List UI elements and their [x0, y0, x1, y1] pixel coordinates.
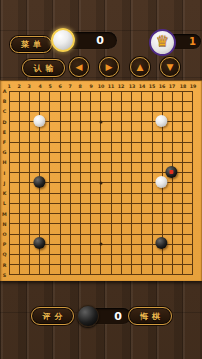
board-cell[interactable] — [65, 106, 75, 116]
board-cell[interactable] — [24, 168, 34, 178]
board-cell[interactable] — [86, 168, 96, 178]
board-cell[interactable] — [106, 157, 116, 167]
board-cell[interactable] — [4, 117, 14, 127]
board-cell[interactable] — [106, 209, 116, 219]
board-cell[interactable] — [65, 239, 75, 249]
board-cell[interactable] — [75, 260, 85, 270]
board-cell[interactable] — [106, 239, 116, 249]
board-cell[interactable] — [45, 106, 55, 116]
board-cell[interactable] — [167, 127, 177, 137]
board-cell[interactable] — [65, 209, 75, 219]
board-cell[interactable] — [55, 157, 65, 167]
board-cell[interactable] — [157, 198, 167, 208]
board-cell[interactable] — [86, 188, 96, 198]
menu-button[interactable]: 菜单 — [10, 36, 52, 53]
board-cell[interactable] — [24, 106, 34, 116]
board-cell[interactable] — [75, 198, 85, 208]
board-cell[interactable] — [55, 270, 65, 280]
board-cell[interactable] — [157, 117, 167, 127]
board-cell[interactable] — [55, 178, 65, 188]
board-cell[interactable] — [14, 117, 24, 127]
board-cell[interactable] — [86, 106, 96, 116]
board-cell[interactable] — [75, 147, 85, 157]
board-cell[interactable] — [35, 127, 45, 137]
board-cell[interactable] — [178, 260, 188, 270]
board-cell[interactable] — [55, 229, 65, 239]
board-cell[interactable] — [147, 219, 157, 229]
board-cell[interactable] — [4, 270, 14, 280]
board-cell[interactable] — [96, 127, 106, 137]
board-cell[interactable] — [106, 249, 116, 259]
board-cell[interactable] — [75, 117, 85, 127]
board-cell[interactable] — [96, 188, 106, 198]
board-cell[interactable] — [45, 249, 55, 259]
board-cell[interactable] — [116, 86, 126, 96]
board-cell[interactable] — [167, 86, 177, 96]
board-cell[interactable] — [14, 147, 24, 157]
board-cell[interactable] — [35, 157, 45, 167]
board-cell[interactable] — [45, 96, 55, 106]
board-cell[interactable] — [4, 219, 14, 229]
board-cell[interactable] — [35, 86, 45, 96]
board-cell[interactable] — [86, 137, 96, 147]
board-cell[interactable] — [116, 209, 126, 219]
board-cell[interactable] — [65, 249, 75, 259]
board-cell[interactable] — [116, 178, 126, 188]
board-cell[interactable] — [188, 157, 198, 167]
board-cell[interactable] — [167, 106, 177, 116]
board-cell[interactable] — [86, 127, 96, 137]
board-cell[interactable] — [178, 157, 188, 167]
board-cell[interactable] — [45, 117, 55, 127]
board-cell[interactable] — [75, 209, 85, 219]
board-cell[interactable] — [96, 106, 106, 116]
board-cell[interactable] — [157, 188, 167, 198]
board-cell[interactable] — [106, 188, 116, 198]
board-cell[interactable] — [188, 219, 198, 229]
board-cell[interactable] — [178, 106, 188, 116]
board-cell[interactable] — [127, 137, 137, 147]
board-cell[interactable] — [14, 86, 24, 96]
board-cell[interactable] — [75, 229, 85, 239]
board-cell[interactable] — [35, 260, 45, 270]
board-cell[interactable] — [137, 127, 147, 137]
board-cell[interactable] — [4, 147, 14, 157]
board-cell[interactable] — [86, 157, 96, 167]
board-cell[interactable] — [4, 198, 14, 208]
board-cell[interactable] — [65, 219, 75, 229]
board-cell[interactable] — [4, 229, 14, 239]
board-cell[interactable] — [167, 219, 177, 229]
board-cell[interactable] — [86, 198, 96, 208]
board-cell[interactable] — [4, 260, 14, 270]
board-cell[interactable] — [188, 96, 198, 106]
board-cell[interactable] — [14, 198, 24, 208]
board-cell[interactable] — [45, 260, 55, 270]
board-cell[interactable] — [137, 117, 147, 127]
board-cell[interactable] — [14, 219, 24, 229]
board-cell[interactable] — [75, 249, 85, 259]
board-cell[interactable] — [96, 137, 106, 147]
board-cell[interactable] — [35, 249, 45, 259]
board-cell[interactable] — [106, 127, 116, 137]
board-cell[interactable] — [178, 117, 188, 127]
board-cell[interactable] — [137, 157, 147, 167]
board-cell[interactable] — [75, 86, 85, 96]
board-cell[interactable] — [55, 117, 65, 127]
board-cell[interactable] — [116, 229, 126, 239]
board-cell[interactable] — [167, 249, 177, 259]
arrow-right-button[interactable]: ▶ — [99, 57, 119, 77]
board-cell[interactable] — [14, 260, 24, 270]
board-cell[interactable] — [157, 86, 167, 96]
board-cell[interactable] — [55, 198, 65, 208]
board-cell[interactable] — [45, 168, 55, 178]
board-cell[interactable] — [188, 127, 198, 137]
board-cell[interactable] — [167, 147, 177, 157]
board-cell[interactable] — [127, 106, 137, 116]
board-cell[interactable] — [14, 188, 24, 198]
board-cell[interactable] — [45, 127, 55, 137]
board-cell[interactable] — [106, 106, 116, 116]
board-cell[interactable] — [178, 270, 188, 280]
board-cell[interactable] — [178, 127, 188, 137]
board-cell[interactable] — [116, 96, 126, 106]
board-cell[interactable] — [4, 157, 14, 167]
board-cell[interactable] — [147, 229, 157, 239]
board-cell[interactable] — [35, 96, 45, 106]
board-cell[interactable] — [45, 147, 55, 157]
board-cell[interactable] — [137, 219, 147, 229]
board-cell[interactable] — [96, 157, 106, 167]
board-cell[interactable] — [24, 209, 34, 219]
board-cell[interactable] — [55, 106, 65, 116]
board-cell[interactable] — [14, 96, 24, 106]
board-cell[interactable] — [127, 117, 137, 127]
board-cell[interactable] — [4, 96, 14, 106]
board-cell[interactable] — [35, 178, 45, 188]
board-cell[interactable] — [188, 229, 198, 239]
board-cell[interactable] — [65, 260, 75, 270]
board-cell[interactable] — [157, 137, 167, 147]
board-cell[interactable] — [188, 260, 198, 270]
board-cell[interactable] — [75, 178, 85, 188]
board-cell[interactable] — [24, 137, 34, 147]
board-cell[interactable] — [86, 270, 96, 280]
board-cell[interactable] — [147, 147, 157, 157]
board-cell[interactable] — [86, 239, 96, 249]
board-cell[interactable] — [188, 137, 198, 147]
board-cell[interactable] — [86, 229, 96, 239]
board-cell[interactable] — [24, 229, 34, 239]
board-cell[interactable] — [75, 270, 85, 280]
arrow-up-button[interactable]: ▲ — [130, 57, 150, 77]
board-cell[interactable] — [116, 106, 126, 116]
board-cell[interactable] — [188, 209, 198, 219]
board-cell[interactable] — [127, 147, 137, 157]
board-cell[interactable] — [106, 147, 116, 157]
board-cell[interactable] — [4, 168, 14, 178]
board-cell[interactable] — [96, 96, 106, 106]
board-cell[interactable] — [178, 188, 188, 198]
board-cell[interactable] — [24, 219, 34, 229]
board-cell[interactable] — [137, 270, 147, 280]
board-cell[interactable] — [167, 198, 177, 208]
board-cell[interactable] — [45, 188, 55, 198]
board-cell[interactable] — [116, 260, 126, 270]
board-cell[interactable] — [45, 157, 55, 167]
board-cell[interactable] — [127, 270, 137, 280]
board-cell[interactable] — [127, 198, 137, 208]
board-cell[interactable] — [55, 239, 65, 249]
board-cell[interactable] — [24, 270, 34, 280]
board-cell[interactable] — [116, 117, 126, 127]
board-cell[interactable] — [86, 249, 96, 259]
board-cell[interactable] — [35, 239, 45, 249]
score-button[interactable]: 评分 — [31, 307, 74, 325]
board-cell[interactable] — [178, 137, 188, 147]
board-cell[interactable] — [24, 96, 34, 106]
board-cell[interactable] — [147, 270, 157, 280]
board-cell[interactable] — [188, 86, 198, 96]
board-cell[interactable] — [45, 178, 55, 188]
board-cell[interactable] — [14, 249, 24, 259]
board-cell[interactable] — [137, 168, 147, 178]
board-cell[interactable] — [24, 127, 34, 137]
board-cell[interactable] — [157, 147, 167, 157]
board-cell[interactable] — [24, 260, 34, 270]
board-cell[interactable] — [14, 127, 24, 137]
board-cell[interactable] — [127, 157, 137, 167]
board-cell[interactable] — [75, 157, 85, 167]
board-cell[interactable] — [116, 168, 126, 178]
board-cell[interactable] — [45, 270, 55, 280]
board-cell[interactable] — [55, 86, 65, 96]
board-cell[interactable] — [24, 188, 34, 198]
board-cell[interactable] — [157, 178, 167, 188]
board-cell[interactable] — [96, 147, 106, 157]
board-cell[interactable] — [55, 147, 65, 157]
board-cell[interactable] — [4, 239, 14, 249]
board-cell[interactable] — [188, 106, 198, 116]
board-cell[interactable] — [4, 209, 14, 219]
board-cell[interactable] — [147, 106, 157, 116]
board-cell[interactable] — [137, 178, 147, 188]
board-cell[interactable] — [96, 209, 106, 219]
board-cell[interactable] — [106, 117, 116, 127]
board-cell[interactable] — [96, 270, 106, 280]
board-cell[interactable] — [137, 86, 147, 96]
board-cell[interactable] — [178, 229, 188, 239]
board-cell[interactable] — [14, 178, 24, 188]
board-cell[interactable] — [127, 188, 137, 198]
board-cell[interactable] — [45, 86, 55, 96]
board-cell[interactable] — [65, 96, 75, 106]
board-cell[interactable] — [167, 239, 177, 249]
board-cell[interactable] — [55, 137, 65, 147]
board-cell[interactable] — [188, 270, 198, 280]
board-cell[interactable] — [147, 198, 157, 208]
board-cell[interactable] — [65, 178, 75, 188]
board-cell[interactable] — [157, 209, 167, 219]
board-cell[interactable] — [116, 127, 126, 137]
board-cell[interactable] — [86, 178, 96, 188]
board-cell[interactable] — [14, 168, 24, 178]
board-cell[interactable] — [14, 106, 24, 116]
board-cell[interactable] — [45, 219, 55, 229]
board-cell[interactable] — [106, 219, 116, 229]
board-cell[interactable] — [157, 219, 167, 229]
board-cell[interactable] — [116, 249, 126, 259]
board-cell[interactable] — [106, 270, 116, 280]
board-cell[interactable] — [65, 188, 75, 198]
board-cell[interactable] — [116, 137, 126, 147]
board-cell[interactable] — [147, 188, 157, 198]
board-cell[interactable] — [14, 157, 24, 167]
board-cell[interactable] — [167, 178, 177, 188]
board-cell[interactable] — [137, 188, 147, 198]
board-cell[interactable] — [65, 127, 75, 137]
board-cell[interactable] — [45, 209, 55, 219]
board-cell[interactable] — [86, 117, 96, 127]
board-cell[interactable] — [147, 127, 157, 137]
board-cell[interactable] — [55, 127, 65, 137]
board-cell[interactable] — [45, 198, 55, 208]
board-cell[interactable] — [147, 86, 157, 96]
board-cell[interactable] — [178, 168, 188, 178]
board-cell[interactable] — [116, 198, 126, 208]
board-cell[interactable] — [127, 178, 137, 188]
board-cell[interactable] — [14, 137, 24, 147]
board-cell[interactable] — [147, 168, 157, 178]
board-cell[interactable] — [157, 157, 167, 167]
board-cell[interactable] — [167, 96, 177, 106]
board-cell[interactable] — [4, 127, 14, 137]
board-cell[interactable] — [24, 249, 34, 259]
board-cell[interactable] — [65, 270, 75, 280]
board-cell[interactable] — [106, 229, 116, 239]
board-cell[interactable] — [188, 188, 198, 198]
board-cell[interactable] — [127, 229, 137, 239]
board-cell[interactable] — [178, 219, 188, 229]
board-cell[interactable] — [127, 209, 137, 219]
board-cell[interactable] — [127, 219, 137, 229]
board-cell[interactable] — [14, 209, 24, 219]
board-cell[interactable] — [96, 219, 106, 229]
board-cell[interactable] — [157, 96, 167, 106]
board-cell[interactable] — [96, 117, 106, 127]
board-cell[interactable] — [157, 270, 167, 280]
board-cell[interactable] — [4, 249, 14, 259]
board-cell[interactable] — [35, 147, 45, 157]
board-cell[interactable] — [106, 178, 116, 188]
board-cell[interactable] — [188, 239, 198, 249]
board-cell[interactable] — [24, 157, 34, 167]
board-cell[interactable] — [65, 117, 75, 127]
board-cell[interactable] — [75, 96, 85, 106]
board-cell[interactable] — [96, 239, 106, 249]
board-cell[interactable] — [147, 249, 157, 259]
board-cell[interactable] — [188, 178, 198, 188]
board-cell[interactable] — [188, 147, 198, 157]
board-cell[interactable] — [65, 198, 75, 208]
board-cell[interactable] — [167, 260, 177, 270]
board-cell[interactable] — [75, 188, 85, 198]
board-cell[interactable] — [178, 178, 188, 188]
board-cell[interactable] — [106, 96, 116, 106]
board-cell[interactable] — [75, 168, 85, 178]
board-cell[interactable] — [127, 249, 137, 259]
board-cell[interactable] — [75, 219, 85, 229]
board-cell[interactable] — [35, 270, 45, 280]
board-cell[interactable] — [35, 117, 45, 127]
board-cell[interactable] — [188, 168, 198, 178]
board-cell[interactable] — [127, 239, 137, 249]
board-cell[interactable] — [147, 209, 157, 219]
board-cell[interactable] — [188, 249, 198, 259]
board-cell[interactable] — [65, 229, 75, 239]
board-cell[interactable] — [4, 137, 14, 147]
board-cell[interactable] — [167, 270, 177, 280]
board-cell[interactable] — [106, 198, 116, 208]
board-cell[interactable] — [147, 260, 157, 270]
board-cell[interactable] — [65, 86, 75, 96]
board-cell[interactable] — [55, 260, 65, 270]
board-cell[interactable] — [86, 147, 96, 157]
board-cell[interactable] — [24, 147, 34, 157]
board-cell[interactable] — [35, 188, 45, 198]
board-cell[interactable] — [178, 96, 188, 106]
board-cell[interactable] — [137, 137, 147, 147]
board-cell[interactable] — [35, 209, 45, 219]
board-cell[interactable] — [86, 219, 96, 229]
board-cell[interactable] — [86, 260, 96, 270]
resign-button[interactable]: 认输 — [22, 59, 65, 77]
board-cell[interactable] — [167, 117, 177, 127]
board-cell[interactable] — [45, 137, 55, 147]
board-cell[interactable] — [127, 86, 137, 96]
board-cell[interactable] — [75, 239, 85, 249]
board-cell[interactable] — [116, 157, 126, 167]
board-cell[interactable] — [65, 137, 75, 147]
board-cell[interactable] — [55, 188, 65, 198]
board-cell[interactable] — [147, 157, 157, 167]
board-cell[interactable] — [96, 229, 106, 239]
board-cell[interactable] — [24, 198, 34, 208]
board-cell[interactable] — [147, 137, 157, 147]
board-cell[interactable] — [35, 219, 45, 229]
board-cell[interactable] — [137, 260, 147, 270]
board-cell[interactable] — [45, 229, 55, 239]
board-cell[interactable] — [157, 239, 167, 249]
board-cell[interactable] — [137, 96, 147, 106]
board-cell[interactable] — [35, 198, 45, 208]
board-cell[interactable] — [55, 96, 65, 106]
board-cell[interactable] — [157, 249, 167, 259]
arrow-left-button[interactable]: ◀ — [69, 57, 89, 77]
board-cell[interactable] — [24, 86, 34, 96]
board-cell[interactable] — [86, 96, 96, 106]
board-cell[interactable] — [75, 127, 85, 137]
board-cell[interactable] — [178, 209, 188, 219]
board-cell[interactable] — [178, 239, 188, 249]
board-cell[interactable] — [96, 198, 106, 208]
board-cell[interactable] — [167, 209, 177, 219]
board-cell[interactable] — [127, 260, 137, 270]
board-cell[interactable] — [4, 188, 14, 198]
board-cell[interactable] — [86, 86, 96, 96]
board-cell[interactable] — [188, 198, 198, 208]
